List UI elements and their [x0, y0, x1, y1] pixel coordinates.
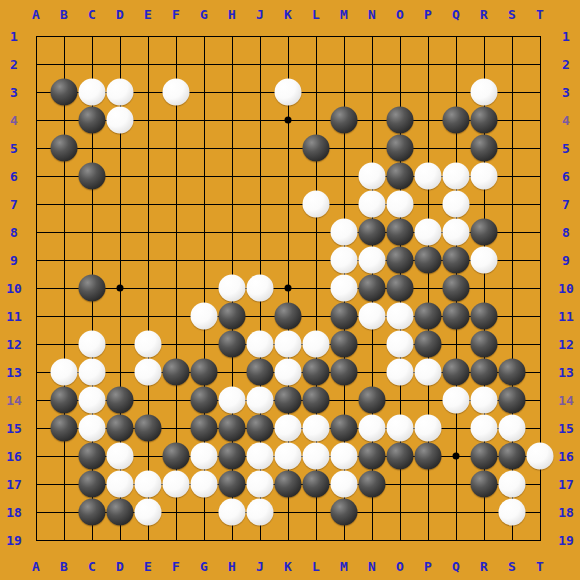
point-M15[interactable]	[330, 414, 358, 442]
point-F8[interactable]	[162, 218, 190, 246]
point-B6[interactable]	[50, 162, 78, 190]
point-H19[interactable]	[218, 526, 246, 554]
point-N7[interactable]	[358, 190, 386, 218]
point-S11[interactable]	[498, 302, 526, 330]
point-G7[interactable]	[190, 190, 218, 218]
point-M7[interactable]	[330, 190, 358, 218]
point-E1[interactable]	[134, 22, 162, 50]
point-C10[interactable]	[78, 274, 106, 302]
point-R19[interactable]	[470, 526, 498, 554]
point-K7[interactable]	[274, 190, 302, 218]
point-M1[interactable]	[330, 22, 358, 50]
point-O8[interactable]	[386, 218, 414, 246]
point-P12[interactable]	[414, 330, 442, 358]
point-R6[interactable]	[470, 162, 498, 190]
point-K11[interactable]	[274, 302, 302, 330]
point-T4[interactable]	[526, 106, 554, 134]
point-G9[interactable]	[190, 246, 218, 274]
point-S13[interactable]	[498, 358, 526, 386]
point-D16[interactable]	[106, 442, 134, 470]
point-J6[interactable]	[246, 162, 274, 190]
point-M17[interactable]	[330, 470, 358, 498]
point-S19[interactable]	[498, 526, 526, 554]
point-L10[interactable]	[302, 274, 330, 302]
point-O1[interactable]	[386, 22, 414, 50]
point-O13[interactable]	[386, 358, 414, 386]
point-J5[interactable]	[246, 134, 274, 162]
point-E11[interactable]	[134, 302, 162, 330]
point-R15[interactable]	[470, 414, 498, 442]
point-F17[interactable]	[162, 470, 190, 498]
point-C8[interactable]	[78, 218, 106, 246]
point-P8[interactable]	[414, 218, 442, 246]
point-R3[interactable]	[470, 78, 498, 106]
point-S16[interactable]	[498, 442, 526, 470]
point-P18[interactable]	[414, 498, 442, 526]
point-F2[interactable]	[162, 50, 190, 78]
point-C1[interactable]	[78, 22, 106, 50]
point-A6[interactable]	[22, 162, 50, 190]
point-T6[interactable]	[526, 162, 554, 190]
point-F16[interactable]	[162, 442, 190, 470]
point-C15[interactable]	[78, 414, 106, 442]
point-L1[interactable]	[302, 22, 330, 50]
point-S15[interactable]	[498, 414, 526, 442]
point-L18[interactable]	[302, 498, 330, 526]
point-L4[interactable]	[302, 106, 330, 134]
point-E6[interactable]	[134, 162, 162, 190]
point-H4[interactable]	[218, 106, 246, 134]
point-E13[interactable]	[134, 358, 162, 386]
point-O17[interactable]	[386, 470, 414, 498]
point-T14[interactable]	[526, 386, 554, 414]
point-L8[interactable]	[302, 218, 330, 246]
point-S9[interactable]	[498, 246, 526, 274]
point-M5[interactable]	[330, 134, 358, 162]
point-C17[interactable]	[78, 470, 106, 498]
point-L15[interactable]	[302, 414, 330, 442]
point-E12[interactable]	[134, 330, 162, 358]
point-E3[interactable]	[134, 78, 162, 106]
point-N19[interactable]	[358, 526, 386, 554]
point-C6[interactable]	[78, 162, 106, 190]
point-O16[interactable]	[386, 442, 414, 470]
point-Q9[interactable]	[442, 246, 470, 274]
point-D12[interactable]	[106, 330, 134, 358]
point-K19[interactable]	[274, 526, 302, 554]
point-K3[interactable]	[274, 78, 302, 106]
point-D3[interactable]	[106, 78, 134, 106]
point-C19[interactable]	[78, 526, 106, 554]
point-Q16[interactable]	[442, 442, 470, 470]
point-K16[interactable]	[274, 442, 302, 470]
point-C16[interactable]	[78, 442, 106, 470]
point-B8[interactable]	[50, 218, 78, 246]
point-G1[interactable]	[190, 22, 218, 50]
point-S12[interactable]	[498, 330, 526, 358]
point-A11[interactable]	[22, 302, 50, 330]
point-R1[interactable]	[470, 22, 498, 50]
point-Q5[interactable]	[442, 134, 470, 162]
point-D9[interactable]	[106, 246, 134, 274]
point-N13[interactable]	[358, 358, 386, 386]
point-J7[interactable]	[246, 190, 274, 218]
point-O18[interactable]	[386, 498, 414, 526]
point-B17[interactable]	[50, 470, 78, 498]
point-H9[interactable]	[218, 246, 246, 274]
point-J17[interactable]	[246, 470, 274, 498]
point-T13[interactable]	[526, 358, 554, 386]
point-A18[interactable]	[22, 498, 50, 526]
point-L17[interactable]	[302, 470, 330, 498]
point-H13[interactable]	[218, 358, 246, 386]
point-A17[interactable]	[22, 470, 50, 498]
point-B2[interactable]	[50, 50, 78, 78]
point-L2[interactable]	[302, 50, 330, 78]
point-M11[interactable]	[330, 302, 358, 330]
point-T17[interactable]	[526, 470, 554, 498]
point-E4[interactable]	[134, 106, 162, 134]
point-F6[interactable]	[162, 162, 190, 190]
point-O2[interactable]	[386, 50, 414, 78]
point-D18[interactable]	[106, 498, 134, 526]
point-N12[interactable]	[358, 330, 386, 358]
point-D5[interactable]	[106, 134, 134, 162]
point-B4[interactable]	[50, 106, 78, 134]
point-Q19[interactable]	[442, 526, 470, 554]
point-B13[interactable]	[50, 358, 78, 386]
point-B12[interactable]	[50, 330, 78, 358]
point-Q3[interactable]	[442, 78, 470, 106]
point-S17[interactable]	[498, 470, 526, 498]
point-P19[interactable]	[414, 526, 442, 554]
point-M4[interactable]	[330, 106, 358, 134]
point-T9[interactable]	[526, 246, 554, 274]
point-R14[interactable]	[470, 386, 498, 414]
point-P3[interactable]	[414, 78, 442, 106]
point-J13[interactable]	[246, 358, 274, 386]
point-A10[interactable]	[22, 274, 50, 302]
point-O9[interactable]	[386, 246, 414, 274]
point-F1[interactable]	[162, 22, 190, 50]
point-S3[interactable]	[498, 78, 526, 106]
point-A19[interactable]	[22, 526, 50, 554]
point-G17[interactable]	[190, 470, 218, 498]
point-L12[interactable]	[302, 330, 330, 358]
point-J3[interactable]	[246, 78, 274, 106]
point-M19[interactable]	[330, 526, 358, 554]
point-R17[interactable]	[470, 470, 498, 498]
point-T7[interactable]	[526, 190, 554, 218]
point-J10[interactable]	[246, 274, 274, 302]
point-M2[interactable]	[330, 50, 358, 78]
point-S2[interactable]	[498, 50, 526, 78]
point-M14[interactable]	[330, 386, 358, 414]
point-G5[interactable]	[190, 134, 218, 162]
point-H16[interactable]	[218, 442, 246, 470]
point-J15[interactable]	[246, 414, 274, 442]
point-F15[interactable]	[162, 414, 190, 442]
point-M12[interactable]	[330, 330, 358, 358]
point-A7[interactable]	[22, 190, 50, 218]
point-G2[interactable]	[190, 50, 218, 78]
point-K4[interactable]	[274, 106, 302, 134]
point-F7[interactable]	[162, 190, 190, 218]
point-D14[interactable]	[106, 386, 134, 414]
point-S8[interactable]	[498, 218, 526, 246]
point-F12[interactable]	[162, 330, 190, 358]
point-A8[interactable]	[22, 218, 50, 246]
point-N8[interactable]	[358, 218, 386, 246]
point-J19[interactable]	[246, 526, 274, 554]
point-T15[interactable]	[526, 414, 554, 442]
point-R11[interactable]	[470, 302, 498, 330]
point-Q11[interactable]	[442, 302, 470, 330]
point-P13[interactable]	[414, 358, 442, 386]
point-B14[interactable]	[50, 386, 78, 414]
point-Q17[interactable]	[442, 470, 470, 498]
point-J12[interactable]	[246, 330, 274, 358]
point-D19[interactable]	[106, 526, 134, 554]
point-O5[interactable]	[386, 134, 414, 162]
point-B15[interactable]	[50, 414, 78, 442]
point-M3[interactable]	[330, 78, 358, 106]
point-J18[interactable]	[246, 498, 274, 526]
point-O11[interactable]	[386, 302, 414, 330]
point-E15[interactable]	[134, 414, 162, 442]
point-O12[interactable]	[386, 330, 414, 358]
point-B19[interactable]	[50, 526, 78, 554]
point-F10[interactable]	[162, 274, 190, 302]
point-T3[interactable]	[526, 78, 554, 106]
point-L11[interactable]	[302, 302, 330, 330]
point-A9[interactable]	[22, 246, 50, 274]
point-H1[interactable]	[218, 22, 246, 50]
point-H18[interactable]	[218, 498, 246, 526]
point-N9[interactable]	[358, 246, 386, 274]
point-H15[interactable]	[218, 414, 246, 442]
point-C9[interactable]	[78, 246, 106, 274]
point-L16[interactable]	[302, 442, 330, 470]
point-M8[interactable]	[330, 218, 358, 246]
point-B11[interactable]	[50, 302, 78, 330]
point-P9[interactable]	[414, 246, 442, 274]
point-B5[interactable]	[50, 134, 78, 162]
point-D15[interactable]	[106, 414, 134, 442]
point-K17[interactable]	[274, 470, 302, 498]
point-A2[interactable]	[22, 50, 50, 78]
point-P14[interactable]	[414, 386, 442, 414]
point-B1[interactable]	[50, 22, 78, 50]
point-M9[interactable]	[330, 246, 358, 274]
point-T16[interactable]	[526, 442, 554, 470]
point-R8[interactable]	[470, 218, 498, 246]
point-A4[interactable]	[22, 106, 50, 134]
point-H8[interactable]	[218, 218, 246, 246]
point-C5[interactable]	[78, 134, 106, 162]
point-C14[interactable]	[78, 386, 106, 414]
point-N1[interactable]	[358, 22, 386, 50]
point-Q1[interactable]	[442, 22, 470, 50]
point-O15[interactable]	[386, 414, 414, 442]
point-K6[interactable]	[274, 162, 302, 190]
point-G8[interactable]	[190, 218, 218, 246]
point-N2[interactable]	[358, 50, 386, 78]
point-C13[interactable]	[78, 358, 106, 386]
point-F14[interactable]	[162, 386, 190, 414]
point-Q2[interactable]	[442, 50, 470, 78]
point-R13[interactable]	[470, 358, 498, 386]
point-G16[interactable]	[190, 442, 218, 470]
point-G18[interactable]	[190, 498, 218, 526]
point-D17[interactable]	[106, 470, 134, 498]
point-J16[interactable]	[246, 442, 274, 470]
point-G6[interactable]	[190, 162, 218, 190]
point-O6[interactable]	[386, 162, 414, 190]
point-T10[interactable]	[526, 274, 554, 302]
point-J1[interactable]	[246, 22, 274, 50]
point-E18[interactable]	[134, 498, 162, 526]
point-T1[interactable]	[526, 22, 554, 50]
point-D7[interactable]	[106, 190, 134, 218]
point-B9[interactable]	[50, 246, 78, 274]
point-S5[interactable]	[498, 134, 526, 162]
point-R10[interactable]	[470, 274, 498, 302]
point-Q12[interactable]	[442, 330, 470, 358]
point-D10[interactable]	[106, 274, 134, 302]
point-H5[interactable]	[218, 134, 246, 162]
point-A13[interactable]	[22, 358, 50, 386]
point-E19[interactable]	[134, 526, 162, 554]
point-N15[interactable]	[358, 414, 386, 442]
point-L7[interactable]	[302, 190, 330, 218]
point-C2[interactable]	[78, 50, 106, 78]
point-A1[interactable]	[22, 22, 50, 50]
point-L5[interactable]	[302, 134, 330, 162]
point-G19[interactable]	[190, 526, 218, 554]
point-T19[interactable]	[526, 526, 554, 554]
point-O7[interactable]	[386, 190, 414, 218]
point-H7[interactable]	[218, 190, 246, 218]
point-C4[interactable]	[78, 106, 106, 134]
point-G13[interactable]	[190, 358, 218, 386]
point-Q8[interactable]	[442, 218, 470, 246]
point-D8[interactable]	[106, 218, 134, 246]
point-K13[interactable]	[274, 358, 302, 386]
point-F13[interactable]	[162, 358, 190, 386]
point-A12[interactable]	[22, 330, 50, 358]
point-P4[interactable]	[414, 106, 442, 134]
point-R9[interactable]	[470, 246, 498, 274]
point-H10[interactable]	[218, 274, 246, 302]
point-A16[interactable]	[22, 442, 50, 470]
point-F19[interactable]	[162, 526, 190, 554]
point-D4[interactable]	[106, 106, 134, 134]
point-B18[interactable]	[50, 498, 78, 526]
point-R4[interactable]	[470, 106, 498, 134]
point-Q7[interactable]	[442, 190, 470, 218]
point-C11[interactable]	[78, 302, 106, 330]
point-A3[interactable]	[22, 78, 50, 106]
point-K12[interactable]	[274, 330, 302, 358]
point-N17[interactable]	[358, 470, 386, 498]
point-L6[interactable]	[302, 162, 330, 190]
point-C7[interactable]	[78, 190, 106, 218]
point-D2[interactable]	[106, 50, 134, 78]
point-J11[interactable]	[246, 302, 274, 330]
point-P5[interactable]	[414, 134, 442, 162]
point-O3[interactable]	[386, 78, 414, 106]
point-N6[interactable]	[358, 162, 386, 190]
point-Q18[interactable]	[442, 498, 470, 526]
point-R16[interactable]	[470, 442, 498, 470]
point-C12[interactable]	[78, 330, 106, 358]
point-O14[interactable]	[386, 386, 414, 414]
point-G3[interactable]	[190, 78, 218, 106]
point-S18[interactable]	[498, 498, 526, 526]
point-Q14[interactable]	[442, 386, 470, 414]
point-Q15[interactable]	[442, 414, 470, 442]
point-G14[interactable]	[190, 386, 218, 414]
point-T2[interactable]	[526, 50, 554, 78]
point-K9[interactable]	[274, 246, 302, 274]
point-H11[interactable]	[218, 302, 246, 330]
point-D6[interactable]	[106, 162, 134, 190]
point-K14[interactable]	[274, 386, 302, 414]
point-M6[interactable]	[330, 162, 358, 190]
point-S1[interactable]	[498, 22, 526, 50]
point-N16[interactable]	[358, 442, 386, 470]
point-D11[interactable]	[106, 302, 134, 330]
point-P16[interactable]	[414, 442, 442, 470]
point-D1[interactable]	[106, 22, 134, 50]
point-T18[interactable]	[526, 498, 554, 526]
point-P17[interactable]	[414, 470, 442, 498]
point-E8[interactable]	[134, 218, 162, 246]
point-H3[interactable]	[218, 78, 246, 106]
point-K15[interactable]	[274, 414, 302, 442]
point-Q10[interactable]	[442, 274, 470, 302]
point-E9[interactable]	[134, 246, 162, 274]
point-G15[interactable]	[190, 414, 218, 442]
point-F5[interactable]	[162, 134, 190, 162]
point-B3[interactable]	[50, 78, 78, 106]
point-B7[interactable]	[50, 190, 78, 218]
point-N4[interactable]	[358, 106, 386, 134]
point-S4[interactable]	[498, 106, 526, 134]
point-E7[interactable]	[134, 190, 162, 218]
point-N3[interactable]	[358, 78, 386, 106]
point-Q4[interactable]	[442, 106, 470, 134]
point-C18[interactable]	[78, 498, 106, 526]
point-A14[interactable]	[22, 386, 50, 414]
point-H12[interactable]	[218, 330, 246, 358]
point-K5[interactable]	[274, 134, 302, 162]
point-K1[interactable]	[274, 22, 302, 50]
point-J2[interactable]	[246, 50, 274, 78]
point-K2[interactable]	[274, 50, 302, 78]
point-R2[interactable]	[470, 50, 498, 78]
point-B16[interactable]	[50, 442, 78, 470]
point-H6[interactable]	[218, 162, 246, 190]
point-J4[interactable]	[246, 106, 274, 134]
point-J9[interactable]	[246, 246, 274, 274]
point-G4[interactable]	[190, 106, 218, 134]
point-L9[interactable]	[302, 246, 330, 274]
point-R18[interactable]	[470, 498, 498, 526]
point-M16[interactable]	[330, 442, 358, 470]
point-O10[interactable]	[386, 274, 414, 302]
